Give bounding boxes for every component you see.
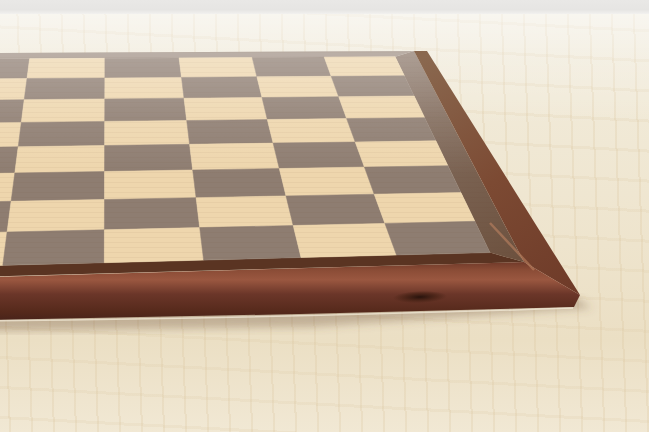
scene xyxy=(0,0,649,432)
chessboard xyxy=(0,0,649,432)
